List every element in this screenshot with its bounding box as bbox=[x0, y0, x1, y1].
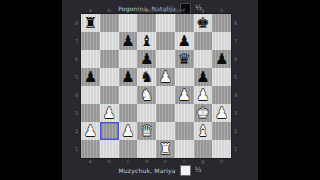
square-d5[interactable]: ♞ bbox=[137, 68, 156, 86]
rank-label: 4 bbox=[233, 86, 238, 104]
square-d3[interactable] bbox=[137, 104, 156, 122]
square-g2[interactable]: ♝ bbox=[194, 122, 213, 140]
square-g3[interactable]: ♚ bbox=[194, 104, 213, 122]
square-a8[interactable]: ♜ bbox=[81, 14, 100, 32]
square-b1[interactable] bbox=[100, 140, 119, 158]
square-h4[interactable] bbox=[212, 86, 231, 104]
file-label: c bbox=[119, 8, 138, 13]
white-queen: ♛ bbox=[137, 122, 156, 140]
rank-label: 4 bbox=[74, 86, 79, 104]
white-bishop: ♝ bbox=[194, 122, 213, 140]
file-label: e bbox=[156, 8, 175, 13]
rank-label: 7 bbox=[74, 32, 79, 50]
square-c7[interactable]: ♟ bbox=[119, 32, 138, 50]
square-a3[interactable] bbox=[81, 104, 100, 122]
square-b8[interactable] bbox=[100, 14, 119, 32]
rank-label: 8 bbox=[233, 14, 238, 32]
rank-label: 7 bbox=[233, 32, 238, 50]
square-b3[interactable]: ♟ bbox=[100, 104, 119, 122]
square-h8[interactable] bbox=[212, 14, 231, 32]
rank-label: 2 bbox=[233, 122, 238, 140]
white-pawn: ♟ bbox=[100, 104, 119, 122]
square-f1[interactable] bbox=[175, 140, 194, 158]
file-label: d bbox=[137, 8, 156, 13]
black-rook: ♜ bbox=[81, 14, 100, 32]
square-h7[interactable] bbox=[212, 32, 231, 50]
square-f2[interactable] bbox=[175, 122, 194, 140]
black-pawn: ♟ bbox=[81, 68, 100, 86]
square-f6[interactable]: ♛ bbox=[175, 50, 194, 68]
square-f4[interactable]: ♟ bbox=[175, 86, 194, 104]
file-label: a bbox=[81, 8, 100, 13]
square-e7[interactable] bbox=[156, 32, 175, 50]
square-e1[interactable]: ♜ bbox=[156, 140, 175, 158]
video-frame: Pogonina, Natalija ½ abcdefgh 87654321 ♜… bbox=[0, 0, 320, 180]
white-pawn: ♟ bbox=[212, 104, 231, 122]
file-label: b bbox=[100, 8, 119, 13]
rank-label: 3 bbox=[233, 104, 238, 122]
square-e8[interactable] bbox=[156, 14, 175, 32]
square-f3[interactable] bbox=[175, 104, 194, 122]
square-a4[interactable] bbox=[81, 86, 100, 104]
square-e4[interactable] bbox=[156, 86, 175, 104]
bottom-player-name: Muzychuk, Mariya bbox=[118, 167, 175, 174]
white-pawn: ♟ bbox=[156, 68, 175, 86]
black-pawn: ♟ bbox=[137, 50, 156, 68]
square-g6[interactable] bbox=[194, 50, 213, 68]
square-f5[interactable] bbox=[175, 68, 194, 86]
black-knight: ♞ bbox=[137, 68, 156, 86]
white-pawn: ♟ bbox=[81, 122, 100, 140]
rank-labels-right: 87654321 bbox=[233, 14, 238, 158]
rank-label: 5 bbox=[74, 68, 79, 86]
square-e2[interactable] bbox=[156, 122, 175, 140]
square-g5[interactable]: ♟ bbox=[194, 68, 213, 86]
file-labels-top: abcdefgh bbox=[81, 8, 231, 13]
black-pawn: ♟ bbox=[194, 68, 213, 86]
square-c8[interactable] bbox=[119, 14, 138, 32]
square-b4[interactable] bbox=[100, 86, 119, 104]
square-d1[interactable] bbox=[137, 140, 156, 158]
square-h3[interactable]: ♟ bbox=[212, 104, 231, 122]
white-color-box bbox=[180, 165, 191, 176]
square-d4[interactable]: ♞ bbox=[137, 86, 156, 104]
square-e3[interactable] bbox=[156, 104, 175, 122]
chess-board: ♜♚♟♝♟♟♛♟♟♟♞♟♟♞♟♟♟♚♟♟♟♛♝♜ bbox=[81, 14, 231, 158]
black-pawn: ♟ bbox=[119, 68, 138, 86]
bottom-player-bar: Muzychuk, Mariya ½ bbox=[62, 163, 258, 177]
rank-label: 6 bbox=[74, 50, 79, 68]
black-pawn: ♟ bbox=[212, 50, 231, 68]
square-c2[interactable]: ♟ bbox=[119, 122, 138, 140]
rank-label: 5 bbox=[233, 68, 238, 86]
white-knight: ♞ bbox=[137, 86, 156, 104]
rank-label: 2 bbox=[74, 122, 79, 140]
square-g4[interactable]: ♟ bbox=[194, 86, 213, 104]
square-b5[interactable] bbox=[100, 68, 119, 86]
white-pawn: ♟ bbox=[119, 122, 138, 140]
square-b7[interactable] bbox=[100, 32, 119, 50]
file-label: h bbox=[212, 8, 231, 13]
square-a7[interactable] bbox=[81, 32, 100, 50]
square-f8[interactable] bbox=[175, 14, 194, 32]
white-pawn: ♟ bbox=[194, 86, 213, 104]
rank-label: 6 bbox=[233, 50, 238, 68]
rank-label: 1 bbox=[233, 140, 238, 158]
square-a6[interactable] bbox=[81, 50, 100, 68]
square-b2[interactable] bbox=[100, 122, 119, 140]
square-d2[interactable]: ♛ bbox=[137, 122, 156, 140]
square-c5[interactable]: ♟ bbox=[119, 68, 138, 86]
square-a2[interactable]: ♟ bbox=[81, 122, 100, 140]
square-c3[interactable] bbox=[119, 104, 138, 122]
square-h6[interactable]: ♟ bbox=[212, 50, 231, 68]
file-label: g bbox=[194, 8, 213, 13]
square-h5[interactable] bbox=[212, 68, 231, 86]
rank-labels-left: 87654321 bbox=[74, 14, 79, 158]
white-pawn: ♟ bbox=[175, 86, 194, 104]
bottom-player-score: ½ bbox=[195, 166, 202, 174]
white-rook: ♜ bbox=[156, 140, 175, 158]
square-d6[interactable]: ♟ bbox=[137, 50, 156, 68]
square-b6[interactable] bbox=[100, 50, 119, 68]
square-f7[interactable]: ♟ bbox=[175, 32, 194, 50]
square-c1[interactable] bbox=[119, 140, 138, 158]
square-a1[interactable] bbox=[81, 140, 100, 158]
square-a5[interactable]: ♟ bbox=[81, 68, 100, 86]
file-label: f bbox=[175, 8, 194, 13]
black-queen: ♛ bbox=[175, 50, 194, 68]
black-pawn: ♟ bbox=[119, 32, 138, 50]
square-e5[interactable]: ♟ bbox=[156, 68, 175, 86]
black-pawn: ♟ bbox=[175, 32, 194, 50]
rank-label: 8 bbox=[74, 14, 79, 32]
square-c6[interactable] bbox=[119, 50, 138, 68]
square-h2[interactable] bbox=[212, 122, 231, 140]
square-g7[interactable] bbox=[194, 32, 213, 50]
white-king: ♚ bbox=[194, 104, 213, 122]
black-bishop: ♝ bbox=[137, 32, 156, 50]
rank-label: 1 bbox=[74, 140, 79, 158]
black-king: ♚ bbox=[194, 14, 213, 32]
square-d7[interactable]: ♝ bbox=[137, 32, 156, 50]
square-d8[interactable] bbox=[137, 14, 156, 32]
square-g8[interactable]: ♚ bbox=[194, 14, 213, 32]
square-h1[interactable] bbox=[212, 140, 231, 158]
square-c4[interactable] bbox=[119, 86, 138, 104]
rank-label: 3 bbox=[74, 104, 79, 122]
square-g1[interactable] bbox=[194, 140, 213, 158]
square-e6[interactable] bbox=[156, 50, 175, 68]
